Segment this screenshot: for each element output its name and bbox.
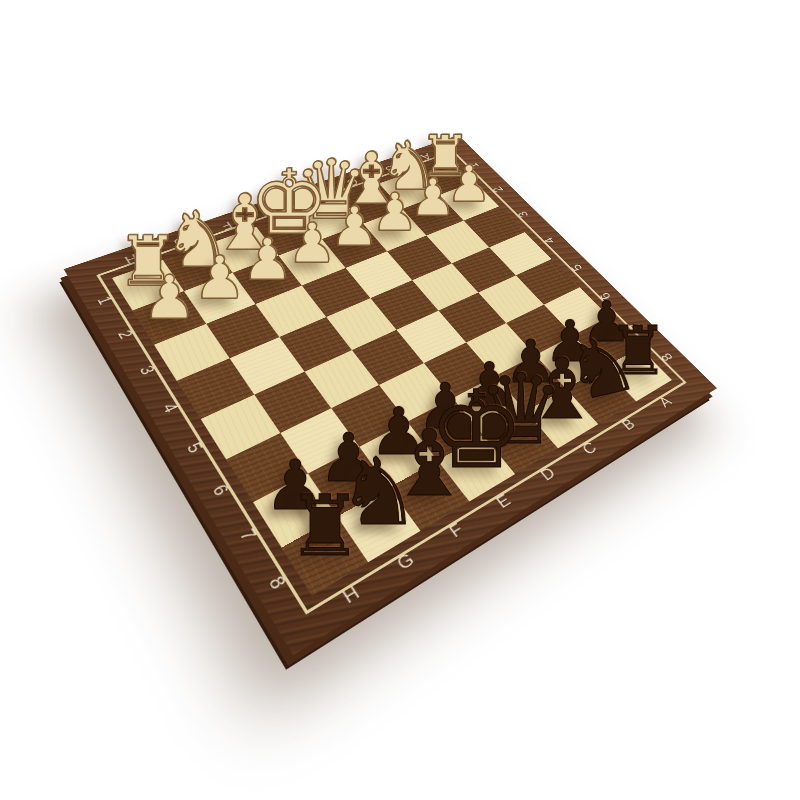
rank-label-sw-2: 2	[113, 328, 137, 342]
file-label-se-c: C	[579, 439, 601, 459]
file-label-se-d: D	[537, 464, 559, 485]
file-label-nw-c: C	[344, 176, 361, 188]
file-label-se-h: H	[339, 582, 364, 608]
rank-label-sw-1: 1	[93, 294, 116, 307]
rank-label-ne-2: 2	[490, 185, 507, 194]
photo-stage: 1122334455667788AABBCCDDEEFFGGHH ♜♞♝♛♚♝♞…	[0, 0, 800, 800]
rank-label-ne-7: 7	[627, 320, 645, 332]
rank-label-ne-5: 5	[568, 262, 585, 273]
file-label-se-b: B	[618, 416, 638, 434]
rank-label-ne-6: 6	[597, 290, 615, 301]
file-label-nw-e: E	[262, 204, 279, 217]
rank-label-sw-4: 4	[158, 400, 183, 416]
file-label-nw-a: A	[418, 151, 434, 162]
chess-board: 1122334455667788AABBCCDDEEFFGGHH	[64, 135, 717, 655]
file-label-se-g: G	[393, 549, 418, 574]
rank-label-ne-8: 8	[658, 351, 676, 364]
board-grid	[112, 158, 672, 596]
file-label-nw-g: G	[171, 234, 190, 249]
file-label-nw-f: F	[219, 219, 235, 232]
file-label-se-f: F	[446, 520, 468, 542]
file-label-nw-b: B	[382, 163, 398, 175]
rank-label-sw-5: 5	[182, 439, 207, 456]
file-label-nw-d: D	[304, 189, 321, 202]
rank-label-sw-6: 6	[207, 481, 233, 499]
file-label-se-e: E	[493, 491, 515, 512]
rank-label-sw-8: 8	[263, 572, 290, 593]
rank-label-ne-1: 1	[466, 161, 483, 170]
rank-label-sw-7: 7	[235, 525, 261, 545]
rank-label-sw-3: 3	[135, 363, 159, 378]
rank-label-ne-3: 3	[515, 210, 532, 220]
rank-label-ne-4: 4	[541, 235, 558, 245]
file-label-se-a: A	[656, 393, 676, 410]
file-label-nw-h: H	[122, 251, 141, 266]
